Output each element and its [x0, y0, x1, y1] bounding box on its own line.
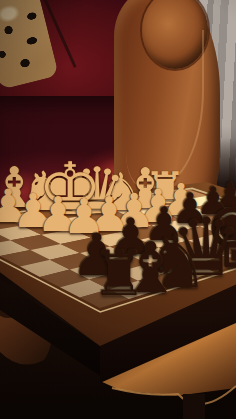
piece-white-knight-c1: ♞ [99, 166, 146, 218]
piece-black-pawn-g7: ♟ [109, 212, 154, 262]
piece-white-king-e1: ♚ [38, 153, 103, 225]
piece-white-pawn-h2: ♟ [0, 183, 29, 229]
piece-white-bishop-b1: ♝ [120, 161, 170, 217]
piece-white-pawn-d2: ♟ [87, 190, 130, 238]
piece-white-queen-d1: ♛ [68, 159, 125, 223]
piece-black-pawn-f7: ♟ [143, 201, 184, 247]
piece-white-knight-f1: ♞ [21, 165, 69, 219]
piece-black-bishop-g8: ♝ [120, 233, 183, 303]
piece-white-pawn-g2: ♟ [12, 187, 54, 234]
piece-white-rook-a1: ♜ [143, 165, 186, 213]
piece-white-pawn-e2: ♟ [62, 192, 105, 240]
pieces-layer: ♜♝♟♝♞♞♛♚♟♟♟♟♟♟♟♟♟♟♟♟♚♟♛♞♝♜ [0, 0, 236, 419]
piece-white-pawn-a2: ♟ [161, 178, 200, 222]
piece-black-rook-h8: ♜ [91, 243, 147, 305]
piece-black-pawn-c7: ♟ [215, 178, 236, 212]
piece-white-pawn-c2: ♟ [113, 187, 155, 234]
piece-black-knight-f8: ♞ [145, 226, 210, 298]
piece-white-pawn-f2: ♟ [36, 190, 79, 238]
piece-black-pawn-d7: ♟ [196, 182, 230, 220]
piece-white-pawn-b2: ♟ [137, 183, 178, 229]
piece-black-king-d8: ♚ [201, 179, 236, 283]
piece-white-bishop-g1: ♝ [0, 160, 39, 216]
piece-black-pawn-h7: ♟ [71, 226, 123, 284]
photo-scene: ♜♝♟♝♞♞♛♚♟♟♟♟♟♟♟♟♟♟♟♟♚♟♛♞♝♜ [0, 0, 236, 419]
piece-black-pawn-e7: ♟ [171, 188, 209, 230]
piece-black-queen-e8: ♛ [170, 208, 236, 288]
